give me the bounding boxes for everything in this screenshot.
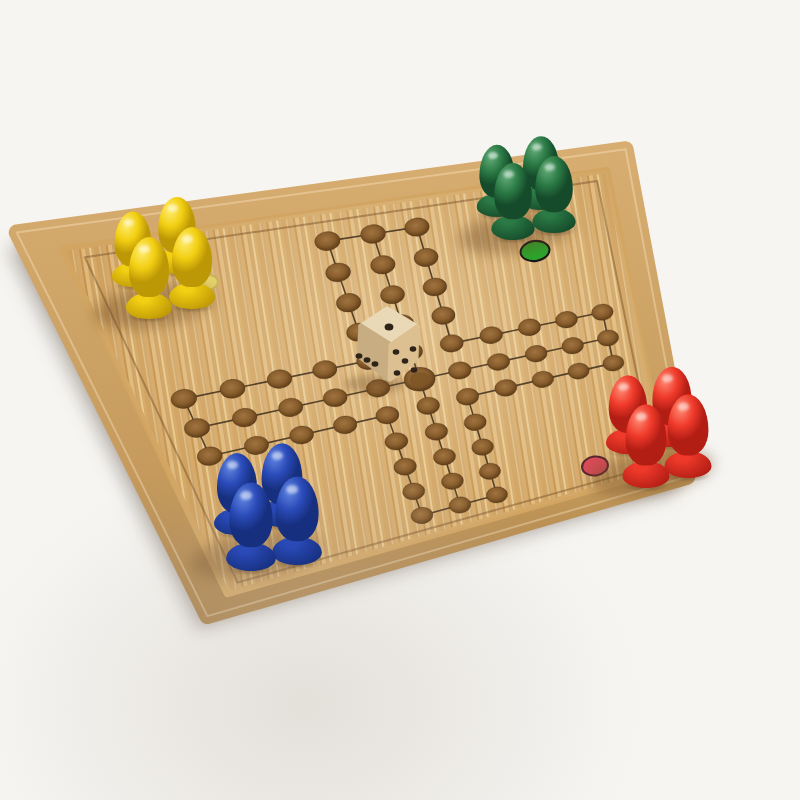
pawn-red-3[interactable] [623, 404, 670, 488]
pawn-yellow-4[interactable] [169, 227, 215, 309]
pawn-red-4[interactable] [665, 394, 712, 478]
pawn-blue-3[interactable] [226, 482, 276, 571]
pieces-layer [0, 0, 800, 800]
pawn-body [275, 476, 318, 541]
photo-scene [0, 0, 800, 800]
pawn-body [494, 163, 532, 219]
pawn-green-3[interactable] [491, 163, 534, 240]
pawn-green-4[interactable] [532, 156, 575, 233]
pawn-blue-4[interactable] [272, 476, 322, 565]
pawn-yellow-3[interactable] [126, 237, 172, 319]
pawn-body [535, 156, 573, 212]
pawn-body [229, 482, 272, 547]
pawn-body [626, 404, 667, 465]
pawn-body [129, 237, 169, 297]
pawn-body [172, 227, 212, 287]
pawn-body [668, 394, 709, 455]
